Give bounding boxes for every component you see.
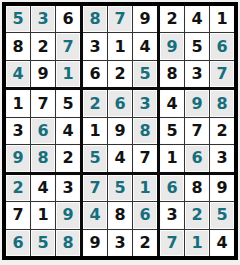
cell-r1c7[interactable]: 2 — [160, 6, 184, 32]
cell-r9c6[interactable]: 2 — [133, 230, 157, 256]
cell-r9c7[interactable]: 7 — [160, 230, 184, 256]
cell-r7c2[interactable]: 4 — [31, 175, 55, 201]
cell-r4c7[interactable]: 4 — [160, 90, 184, 116]
cell-r8c8[interactable]: 2 — [185, 202, 209, 228]
cell-r5c2[interactable]: 6 — [31, 118, 55, 144]
cell-r5c6[interactable]: 8 — [133, 118, 157, 144]
cell-r7c5[interactable]: 5 — [108, 175, 132, 201]
cell-r8c3[interactable]: 9 — [56, 202, 80, 228]
cell-r1c9[interactable]: 1 — [210, 6, 234, 32]
cell-r4c1[interactable]: 1 — [6, 90, 30, 116]
cell-r1c1[interactable]: 5 — [6, 6, 30, 32]
cell-r6c6[interactable]: 7 — [133, 145, 157, 171]
box-1: 536827491 — [6, 6, 80, 87]
cell-r8c5[interactable]: 8 — [108, 202, 132, 228]
cell-r5c4[interactable]: 1 — [83, 118, 107, 144]
cell-r2c8[interactable]: 5 — [185, 33, 209, 59]
cell-r6c9[interactable]: 3 — [210, 145, 234, 171]
sudoku-board: 5368274918793146252419568371753649822631… — [2, 2, 238, 260]
cell-r5c7[interactable]: 5 — [160, 118, 184, 144]
cell-r6c7[interactable]: 1 — [160, 145, 184, 171]
cell-r3c7[interactable]: 8 — [160, 61, 184, 87]
page-background: 5368274918793146252419568371753649822631… — [0, 0, 240, 265]
cell-r5c3[interactable]: 4 — [56, 118, 80, 144]
cell-r1c4[interactable]: 8 — [83, 6, 107, 32]
cell-r3c5[interactable]: 2 — [108, 61, 132, 87]
cell-r2c9[interactable]: 6 — [210, 33, 234, 59]
cell-r7c6[interactable]: 1 — [133, 175, 157, 201]
box-5: 263198547 — [83, 90, 157, 171]
cell-r3c3[interactable]: 1 — [56, 61, 80, 87]
cell-r8c4[interactable]: 4 — [83, 202, 107, 228]
cell-r1c3[interactable]: 6 — [56, 6, 80, 32]
cell-r9c4[interactable]: 9 — [83, 230, 107, 256]
cell-r5c9[interactable]: 2 — [210, 118, 234, 144]
box-6: 498572163 — [160, 90, 234, 171]
cell-r9c9[interactable]: 4 — [210, 230, 234, 256]
cell-r6c3[interactable]: 2 — [56, 145, 80, 171]
cell-r7c1[interactable]: 2 — [6, 175, 30, 201]
cell-r3c2[interactable]: 9 — [31, 61, 55, 87]
cell-r7c3[interactable]: 3 — [56, 175, 80, 201]
cell-r2c4[interactable]: 3 — [83, 33, 107, 59]
cell-r2c7[interactable]: 9 — [160, 33, 184, 59]
cell-r6c8[interactable]: 6 — [185, 145, 209, 171]
cell-r3c9[interactable]: 7 — [210, 61, 234, 87]
cell-r8c2[interactable]: 1 — [31, 202, 55, 228]
cell-r7c7[interactable]: 6 — [160, 175, 184, 201]
cell-r4c2[interactable]: 7 — [31, 90, 55, 116]
cell-r4c9[interactable]: 8 — [210, 90, 234, 116]
cell-r4c6[interactable]: 3 — [133, 90, 157, 116]
cell-r8c1[interactable]: 7 — [6, 202, 30, 228]
box-8: 751486932 — [83, 175, 157, 256]
cell-r9c1[interactable]: 6 — [6, 230, 30, 256]
cell-r1c5[interactable]: 7 — [108, 6, 132, 32]
cell-r2c3[interactable]: 7 — [56, 33, 80, 59]
cell-r7c8[interactable]: 8 — [185, 175, 209, 201]
cell-r4c4[interactable]: 2 — [83, 90, 107, 116]
cell-r8c9[interactable]: 5 — [210, 202, 234, 228]
cell-r2c1[interactable]: 8 — [6, 33, 30, 59]
cell-r8c7[interactable]: 3 — [160, 202, 184, 228]
cell-r2c2[interactable]: 2 — [31, 33, 55, 59]
cell-r2c5[interactable]: 1 — [108, 33, 132, 59]
cell-r4c8[interactable]: 9 — [185, 90, 209, 116]
cell-r3c1[interactable]: 4 — [6, 61, 30, 87]
cell-r6c1[interactable]: 9 — [6, 145, 30, 171]
cell-r5c1[interactable]: 3 — [6, 118, 30, 144]
cell-r1c6[interactable]: 9 — [133, 6, 157, 32]
cell-r6c5[interactable]: 4 — [108, 145, 132, 171]
box-3: 241956837 — [160, 6, 234, 87]
cell-r3c6[interactable]: 5 — [133, 61, 157, 87]
cell-r3c8[interactable]: 3 — [185, 61, 209, 87]
cell-r9c3[interactable]: 8 — [56, 230, 80, 256]
cell-r7c4[interactable]: 7 — [83, 175, 107, 201]
box-9: 689325714 — [160, 175, 234, 256]
cell-r4c3[interactable]: 5 — [56, 90, 80, 116]
box-4: 175364982 — [6, 90, 80, 171]
box-7: 243719658 — [6, 175, 80, 256]
box-2: 879314625 — [83, 6, 157, 87]
cell-r4c5[interactable]: 6 — [108, 90, 132, 116]
cell-r9c8[interactable]: 1 — [185, 230, 209, 256]
cell-r9c5[interactable]: 3 — [108, 230, 132, 256]
cell-r7c9[interactable]: 9 — [210, 175, 234, 201]
cell-r1c8[interactable]: 4 — [185, 6, 209, 32]
cell-r3c4[interactable]: 6 — [83, 61, 107, 87]
cell-r5c8[interactable]: 7 — [185, 118, 209, 144]
cell-r6c2[interactable]: 8 — [31, 145, 55, 171]
cell-r2c6[interactable]: 4 — [133, 33, 157, 59]
cell-r8c6[interactable]: 6 — [133, 202, 157, 228]
cell-r5c5[interactable]: 9 — [108, 118, 132, 144]
cell-r9c2[interactable]: 5 — [31, 230, 55, 256]
cell-r6c4[interactable]: 5 — [83, 145, 107, 171]
cell-r1c2[interactable]: 3 — [31, 6, 55, 32]
